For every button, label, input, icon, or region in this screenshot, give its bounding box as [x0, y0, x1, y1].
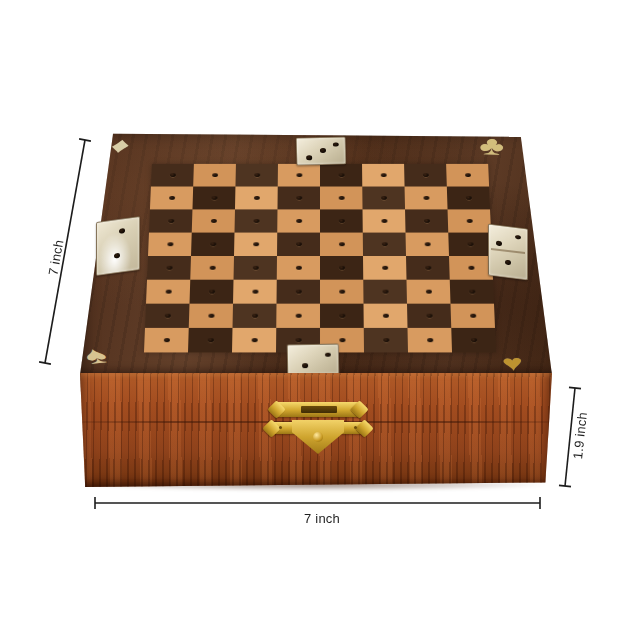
board-square: [446, 164, 489, 187]
dice-pip: [333, 142, 339, 147]
peg-hole: [338, 219, 344, 223]
board-square: [148, 233, 192, 256]
board-square: [234, 209, 277, 232]
chessboard: [144, 164, 496, 353]
peg-hole: [164, 313, 170, 318]
board-square: [190, 280, 234, 304]
dimension-label-left: 7 inch: [43, 227, 68, 289]
dice-plate-top: [296, 136, 347, 165]
peg-hole: [338, 196, 344, 200]
peg-hole: [381, 219, 387, 223]
peg-hole: [167, 242, 173, 246]
board-square: [188, 328, 233, 353]
dimension-label-bottom: 7 inch: [292, 511, 352, 526]
board-square: [406, 256, 450, 280]
board-square: [189, 304, 233, 328]
board-square: [320, 209, 363, 232]
board-square: [404, 164, 447, 187]
peg-hole: [169, 196, 175, 200]
peg-hole: [423, 196, 429, 200]
board-square: [362, 187, 405, 210]
board-square: [451, 328, 496, 353]
peg-hole: [211, 196, 217, 200]
dice-pip: [119, 228, 125, 233]
board-square: [320, 256, 363, 280]
board-square: [320, 187, 363, 210]
board-square: [277, 233, 320, 256]
board-square: [232, 328, 276, 353]
clasp-knob: [313, 432, 323, 442]
peg-hole: [382, 289, 388, 294]
peg-hole: [338, 242, 344, 246]
screw: [279, 426, 282, 429]
peg-hole: [253, 219, 259, 223]
board-square: [146, 280, 190, 304]
brass-clasp: [268, 400, 368, 458]
board-square: [405, 187, 448, 210]
board-square: [447, 187, 490, 210]
peg-hole: [467, 242, 473, 246]
board-square: [363, 209, 406, 232]
board-square: [320, 280, 363, 304]
peg-hole: [295, 266, 301, 271]
board-square: [448, 209, 491, 232]
peg-hole: [209, 266, 215, 271]
peg-hole: [163, 338, 169, 343]
dice-pip: [505, 260, 511, 265]
board-square: [151, 164, 194, 187]
plate-seam: [491, 248, 526, 254]
board-square: [190, 256, 234, 280]
peg-hole: [380, 173, 386, 177]
board-square: [276, 304, 320, 328]
dice-pip: [306, 155, 312, 160]
peg-hole: [470, 313, 476, 318]
clasp-plate: [268, 420, 368, 458]
board-square: [363, 256, 406, 280]
dimension-label-right: 1.9 inch: [569, 405, 590, 466]
peg-hole: [210, 242, 216, 246]
board-square: [235, 164, 278, 187]
peg-hole: [295, 289, 301, 294]
heart-inlay-icon: ♥: [501, 352, 525, 375]
board-square: [408, 328, 453, 353]
board-square: [363, 304, 407, 328]
peg-hole: [470, 338, 476, 343]
peg-hole: [422, 173, 428, 177]
board-square: [407, 304, 451, 328]
peg-hole: [166, 266, 172, 271]
board-square: [277, 256, 320, 280]
peg-hole: [426, 313, 432, 318]
peg-hole: [296, 242, 302, 246]
peg-hole: [295, 313, 301, 318]
board-square: [144, 328, 189, 353]
club-inlay-icon: ♣: [479, 133, 505, 159]
board-square: [450, 304, 495, 328]
peg-hole: [425, 289, 431, 294]
board-square: [320, 164, 362, 187]
peg-hole: [465, 173, 471, 177]
dice-pip: [496, 241, 502, 246]
board-square: [406, 280, 450, 304]
board-square: [278, 164, 320, 187]
peg-hole: [169, 173, 175, 177]
board-square: [149, 209, 192, 232]
peg-hole: [339, 289, 345, 294]
peg-hole: [465, 196, 471, 200]
peg-hole: [468, 266, 474, 271]
board-square: [235, 187, 278, 210]
peg-hole: [425, 266, 431, 271]
board-square: [193, 164, 236, 187]
clasp-hasp: [275, 402, 361, 417]
peg-hole: [427, 338, 433, 343]
peg-hole: [251, 338, 257, 343]
peg-hole: [165, 289, 171, 294]
peg-hole: [295, 338, 301, 343]
dice-pip: [302, 363, 308, 368]
board-square: [233, 280, 277, 304]
peg-hole: [382, 266, 388, 271]
board-square: [277, 209, 320, 232]
peg-hole: [296, 173, 302, 177]
board-square: [406, 233, 449, 256]
peg-hole: [382, 313, 388, 318]
peg-hole: [252, 289, 258, 294]
dice-pip: [114, 253, 120, 258]
peg-hole: [424, 219, 430, 223]
board-square: [362, 164, 405, 187]
clasp-slot: [301, 406, 337, 413]
box-lid-top: [80, 130, 552, 375]
peg-hole: [296, 196, 302, 200]
peg-hole: [208, 289, 214, 294]
board-square: [150, 187, 193, 210]
peg-hole: [252, 266, 258, 271]
peg-hole: [254, 173, 260, 177]
clasp-finial: [267, 400, 285, 418]
board-square: [192, 209, 235, 232]
board-square: [277, 280, 320, 304]
clasp-finial: [350, 400, 368, 418]
peg-hole: [253, 242, 259, 246]
peg-hole: [207, 338, 213, 343]
peg-hole: [339, 313, 345, 318]
board-square: [364, 328, 408, 353]
peg-hole: [208, 313, 214, 318]
dice-pip: [515, 234, 521, 239]
board-square: [192, 187, 235, 210]
board-square: [234, 256, 277, 280]
board-square: [450, 280, 494, 304]
screw: [354, 426, 357, 429]
peg-hole: [383, 338, 389, 343]
board-square: [320, 233, 363, 256]
board-square: [363, 280, 407, 304]
board-square: [363, 233, 406, 256]
dice-plate-left: [96, 216, 140, 276]
peg-hole: [339, 266, 345, 271]
peg-hole: [424, 242, 430, 246]
peg-hole: [381, 242, 387, 246]
peg-hole: [212, 173, 218, 177]
peg-hole: [469, 289, 475, 294]
board-square: [191, 233, 234, 256]
product-photo: ♦ ♣ ♠ ♥: [0, 0, 625, 625]
board-square: [405, 209, 448, 232]
dice-pip: [325, 352, 331, 357]
board-square: [320, 304, 364, 328]
peg-hole: [338, 173, 344, 177]
board-square: [234, 233, 277, 256]
peg-hole: [210, 219, 216, 223]
peg-hole: [168, 219, 174, 223]
box-front: [80, 373, 552, 487]
peg-hole: [251, 313, 257, 318]
board-square: [145, 304, 190, 328]
peg-hole: [339, 338, 345, 343]
board-square: [448, 233, 492, 256]
peg-hole: [466, 219, 472, 223]
board-square: [449, 256, 493, 280]
dice-plate-bottom: [287, 344, 340, 376]
dice-pip: [320, 148, 326, 153]
peg-hole: [381, 196, 387, 200]
peg-hole: [296, 219, 302, 223]
board-square: [147, 256, 191, 280]
dice-plate-right: [488, 224, 528, 281]
board-square: [277, 187, 320, 210]
board-square: [232, 304, 276, 328]
peg-hole: [253, 196, 259, 200]
